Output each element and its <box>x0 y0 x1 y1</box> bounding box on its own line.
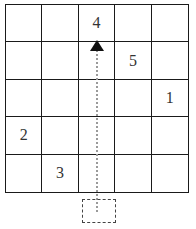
cell-r1c4 <box>115 5 151 42</box>
cell-r4c5 <box>152 117 188 154</box>
cell-r2c1 <box>6 42 42 79</box>
cell-number: 2 <box>20 127 28 143</box>
cell-r2c2 <box>42 42 78 79</box>
cell-r1c2 <box>42 5 78 42</box>
cell-r5c5 <box>152 155 188 192</box>
cell-r4c4 <box>115 117 151 154</box>
cell-r3c5: 1 <box>152 80 188 117</box>
arrow-dotted-line <box>96 47 98 212</box>
cell-r4c1: 2 <box>6 117 42 154</box>
cell-r5c2: 3 <box>42 155 78 192</box>
cell-r1c1 <box>6 5 42 42</box>
arrowhead-up-icon <box>90 40 104 51</box>
cell-r1c3: 4 <box>79 5 115 42</box>
cell-number: 4 <box>92 15 100 31</box>
cell-r5c4 <box>115 155 151 192</box>
cell-r3c1 <box>6 80 42 117</box>
cell-number: 5 <box>129 53 137 69</box>
cell-r2c4: 5 <box>115 42 151 79</box>
cell-r2c5 <box>152 42 188 79</box>
cell-r3c4 <box>115 80 151 117</box>
start-dashed-box <box>82 199 116 223</box>
cell-number: 3 <box>56 165 64 181</box>
cell-r1c5 <box>152 5 188 42</box>
cell-r3c2 <box>42 80 78 117</box>
puzzle-diagram: 4 5 1 2 3 <box>0 0 196 229</box>
cell-number: 1 <box>166 90 174 106</box>
cell-r5c1 <box>6 155 42 192</box>
cell-r4c2 <box>42 117 78 154</box>
